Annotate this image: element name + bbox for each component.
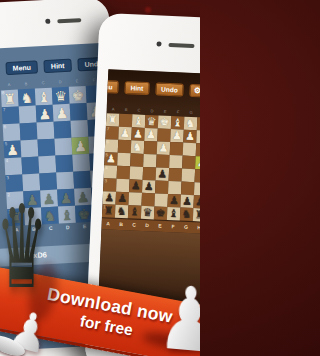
square-e8[interactable]: ♚ — [69, 86, 87, 104]
white-pawn: ♟ — [120, 128, 130, 139]
square-d1[interactable]: ♛ — [141, 206, 155, 220]
square-c4[interactable] — [38, 156, 56, 174]
right-toolbar: Menu Hint Undo ⚙ ♖ — [107, 69, 200, 111]
coord-label: 1 — [102, 204, 106, 217]
coord-label: D — [51, 79, 68, 85]
white-queen: ♛ — [54, 88, 67, 103]
coord-label: 8 — [106, 113, 110, 126]
coord-label: F — [171, 109, 184, 115]
square-d4[interactable] — [143, 167, 157, 181]
square-f4[interactable] — [169, 168, 183, 182]
coord-label: 3 — [103, 178, 107, 191]
square-d6[interactable] — [144, 141, 158, 155]
square-b3[interactable] — [116, 179, 130, 193]
white-bishop: ♝ — [172, 117, 182, 128]
square-c7[interactable]: ♟ — [131, 127, 145, 141]
square-g3[interactable] — [181, 182, 195, 196]
square-h2[interactable]: ♟ — [193, 195, 200, 209]
white-pawn: ♟ — [38, 106, 51, 121]
left-toolbar: Menu Hint Undo — [5, 57, 109, 75]
white-rook: ♜ — [3, 91, 16, 106]
square-d3[interactable] — [56, 172, 74, 190]
hint-button[interactable]: Hint — [44, 59, 72, 73]
white-knight: ♞ — [185, 118, 195, 129]
square-b1[interactable]: ♞ — [115, 205, 129, 219]
square-e4[interactable] — [72, 154, 90, 172]
square-c4[interactable] — [130, 166, 144, 180]
square-b8[interactable] — [119, 114, 133, 128]
coord-label: 2 — [102, 191, 106, 204]
square-f7[interactable]: ♟ — [170, 129, 184, 143]
square-d3[interactable]: ♟ — [142, 180, 156, 194]
menu-button[interactable]: Menu — [96, 79, 118, 93]
black-pawn: ♟ — [195, 196, 200, 207]
coord-label: B — [114, 219, 127, 231]
square-d4[interactable] — [55, 155, 73, 173]
coord-label: A — [0, 82, 17, 88]
square-e8[interactable]: ♚ — [158, 116, 172, 130]
square-c3[interactable]: ♟ — [129, 179, 143, 193]
black-rook: ♜ — [194, 209, 200, 220]
coord-label: 8 — [1, 90, 5, 107]
coord-label: D — [59, 224, 76, 231]
square-f2[interactable]: ♟ — [167, 194, 181, 208]
black-queen: ♛ — [142, 207, 152, 218]
white-pawn: ♟ — [185, 131, 195, 142]
coord-label: C — [127, 219, 140, 231]
white-king: ♚ — [159, 117, 169, 128]
coord-label: 4 — [4, 158, 8, 175]
square-b4[interactable] — [21, 157, 39, 175]
square-d8[interactable]: ♛ — [145, 115, 159, 129]
coord-label: E — [159, 109, 172, 115]
square-e3[interactable] — [155, 180, 169, 194]
square-d5[interactable] — [143, 154, 157, 168]
square-f5[interactable] — [169, 155, 183, 169]
coord-label: 7 — [105, 126, 109, 139]
coord-label: 6 — [3, 124, 7, 141]
white-queen: ♛ — [146, 116, 156, 127]
coord-label: B — [120, 107, 133, 113]
square-g1[interactable]: ♞ — [180, 208, 194, 222]
coord-label: C — [34, 80, 51, 86]
square-b6[interactable] — [118, 140, 132, 154]
white-knight: ♞ — [20, 90, 33, 105]
square-h4[interactable] — [195, 169, 200, 183]
white-pawn: ♟ — [158, 143, 168, 154]
white-pawn: ♟ — [146, 129, 156, 140]
square-g2[interactable]: ♟ — [180, 195, 194, 209]
white-pawn: ♟ — [172, 130, 182, 141]
square-h1[interactable]: ♜ — [193, 208, 200, 222]
speaker-icon — [57, 18, 81, 23]
square-b5[interactable] — [117, 153, 131, 167]
square-h7[interactable] — [196, 130, 200, 144]
coord-label: A — [101, 218, 114, 230]
black-pawn: ♟ — [59, 190, 72, 205]
coord-label: C — [133, 107, 146, 113]
black-pawn: ♟ — [117, 193, 127, 204]
black-pawn: ♟ — [182, 196, 192, 207]
black-pawn: ♟ — [76, 189, 89, 204]
black-bishop: ♝ — [130, 206, 140, 217]
settings-gear-icon[interactable]: ⚙ — [189, 84, 200, 98]
square-b8[interactable]: ♞ — [18, 89, 36, 107]
coord-label: F — [166, 221, 179, 233]
coord-label: 7 — [2, 107, 6, 124]
coord-label: G — [184, 110, 197, 116]
square-d6[interactable] — [54, 121, 72, 139]
white-pawn: ♟ — [133, 128, 143, 139]
background-bokeh-dot — [145, 7, 151, 13]
black-queen-3d-piece: ♛ — [0, 190, 48, 305]
square-d5[interactable] — [54, 138, 72, 156]
black-bishop: ♝ — [60, 207, 73, 222]
square-c6[interactable] — [37, 122, 55, 140]
black-knight: ♞ — [181, 209, 191, 220]
coord-label: 5 — [104, 152, 108, 165]
coord-label: 5 — [4, 141, 8, 158]
black-pawn: ♟ — [144, 181, 154, 192]
camera-icon — [45, 19, 50, 24]
square-g7[interactable]: ♟ — [183, 130, 197, 144]
square-e7[interactable] — [70, 103, 88, 121]
black-pawn: ♟ — [157, 169, 167, 180]
square-b2[interactable]: ♟ — [115, 192, 129, 206]
black-king: ♚ — [155, 207, 165, 218]
coord-label: E — [153, 220, 166, 232]
square-f8[interactable]: ♝ — [171, 116, 185, 130]
black-pawn: ♟ — [131, 180, 141, 191]
coord-label: D — [146, 108, 159, 114]
white-king: ♚ — [71, 88, 84, 103]
hint-button[interactable]: Hint — [124, 81, 149, 95]
black-pawn: ♟ — [169, 195, 179, 206]
square-h8[interactable]: ♜ — [197, 117, 200, 131]
white-pawn: ♟ — [55, 105, 68, 120]
white-pawn: ♟ — [6, 142, 19, 157]
black-king: ♚ — [77, 206, 90, 221]
black-knight: ♞ — [117, 206, 127, 217]
square-h5[interactable]: ♟ — [195, 156, 200, 170]
square-c8[interactable]: ♝ — [35, 88, 53, 106]
coord-label: H — [192, 222, 200, 234]
white-pawn: ♟ — [197, 157, 200, 168]
square-g6[interactable] — [183, 143, 197, 157]
coord-label: G — [179, 222, 192, 234]
square-e5[interactable]: ♟ — [71, 137, 89, 155]
square-c7[interactable]: ♟ — [36, 105, 54, 123]
undo-button[interactable]: Undo — [155, 82, 184, 96]
black-bishop: ♝ — [168, 208, 178, 219]
camera-icon — [156, 41, 161, 46]
square-g4[interactable] — [182, 169, 196, 183]
square-d7[interactable]: ♟ — [53, 104, 71, 122]
coord-label: 6 — [105, 139, 109, 152]
square-c1[interactable]: ♝ — [128, 205, 142, 219]
coord-label: A — [107, 106, 120, 112]
white-pawn-3d-piece: ♟ — [156, 273, 200, 356]
coord-label: D — [140, 220, 153, 232]
square-b4[interactable] — [117, 166, 131, 180]
square-h6[interactable] — [196, 143, 200, 157]
square-c5[interactable] — [130, 153, 144, 167]
square-b5[interactable] — [21, 140, 39, 158]
square-b7[interactable] — [19, 106, 37, 124]
square-e5[interactable] — [156, 154, 170, 168]
right-chessboard: ♜♝♛♚♝♞♜♟♟♟♟♟♞♟♟♟♟♟♟♟♟♟♟♟♜♞♝♛♚♝♞♜ — [102, 113, 200, 221]
speaker-icon — [168, 43, 194, 48]
square-f6[interactable] — [170, 142, 184, 156]
square-g5[interactable] — [182, 156, 196, 170]
square-d8[interactable]: ♛ — [52, 87, 70, 105]
square-d2[interactable]: ♟ — [57, 189, 75, 207]
square-d1[interactable]: ♝ — [58, 206, 76, 224]
square-f1[interactable]: ♝ — [167, 207, 181, 221]
coord-label: E — [68, 78, 85, 84]
square-e2[interactable]: ♟ — [74, 188, 92, 206]
square-c8[interactable]: ♝ — [132, 114, 146, 128]
coord-label: B — [17, 81, 34, 87]
white-bishop: ♝ — [37, 89, 50, 104]
coord-label: H — [197, 110, 200, 116]
square-e4[interactable]: ♟ — [156, 167, 170, 181]
white-knight: ♞ — [132, 141, 142, 152]
square-e2[interactable] — [154, 193, 168, 207]
white-pawn: ♟ — [74, 138, 87, 153]
square-e1[interactable]: ♚ — [154, 206, 168, 220]
white-bishop: ♝ — [133, 115, 143, 126]
white-rook: ♜ — [198, 118, 200, 129]
square-g8[interactable]: ♞ — [184, 117, 198, 131]
square-d2[interactable] — [141, 193, 155, 207]
square-e6[interactable] — [71, 120, 89, 138]
square-d7[interactable]: ♟ — [144, 128, 158, 142]
square-c5[interactable] — [38, 139, 56, 157]
square-f3[interactable] — [168, 181, 182, 195]
square-b6[interactable] — [20, 123, 38, 141]
menu-button[interactable]: Menu — [5, 60, 38, 75]
coord-label: 4 — [104, 165, 108, 178]
square-h3[interactable] — [194, 182, 200, 196]
square-b7[interactable]: ♟ — [118, 127, 132, 141]
square-c6[interactable]: ♞ — [131, 140, 145, 154]
square-e6[interactable]: ♟ — [157, 141, 171, 155]
square-e7[interactable] — [157, 128, 171, 142]
square-e3[interactable] — [73, 171, 91, 189]
square-c2[interactable] — [128, 192, 142, 206]
